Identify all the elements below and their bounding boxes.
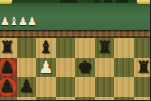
square-r1c0[interactable]: ♟ [0, 58, 17, 78]
piece-bk: ♚ [75, 58, 95, 78]
chess-app-screen: ♟♝♟♟ ♜♝♜♟♟♚♜♟♟ [0, 0, 150, 100]
square-r3c0[interactable] [0, 97, 17, 101]
captured-tray: ♟♝♟♟ [0, 15, 36, 28]
board-frame-grain [0, 30, 150, 38]
square-r3c1[interactable] [17, 97, 37, 101]
toolbar-left-button[interactable] [0, 0, 13, 5]
square-r3c2[interactable] [36, 97, 56, 101]
square-r3c4[interactable] [75, 97, 95, 101]
square-r1c4[interactable]: ♚ [75, 58, 95, 78]
toolbar-text-fragment [60, 0, 77, 3]
piece-wp: ♟ [36, 58, 56, 78]
square-r0c3[interactable] [56, 38, 76, 58]
square-r0c2[interactable]: ♝ [36, 38, 56, 58]
square-r3c5[interactable] [95, 97, 115, 101]
chess-board: ♜♝♜♟♟♚♜♟♟ [0, 38, 150, 100]
piece-bp: ♟ [0, 58, 17, 78]
square-r0c4[interactable] [75, 38, 95, 58]
square-r2c7[interactable] [134, 77, 151, 97]
square-r1c7[interactable]: ♜ [134, 58, 151, 78]
toolbar-text-fragment [116, 0, 128, 3]
square-r1c6[interactable] [114, 58, 134, 78]
square-r2c3[interactable] [56, 77, 76, 97]
captured-piece-wp: ♟ [0, 15, 9, 28]
square-r3c3[interactable] [56, 97, 76, 101]
toolbar-text-fragment [104, 0, 112, 3]
square-r0c5[interactable]: ♜ [95, 38, 115, 58]
square-r1c1[interactable] [17, 58, 37, 78]
captured-piece-wp: ♟ [18, 15, 27, 28]
square-r2c1[interactable]: ♟ [17, 77, 37, 97]
square-r3c7[interactable] [134, 97, 151, 101]
piece-br: ♜ [0, 38, 17, 58]
square-r0c1[interactable] [17, 38, 37, 58]
square-r2c2[interactable] [36, 77, 56, 97]
square-r2c5[interactable] [95, 77, 115, 97]
piece-bp: ♟ [17, 77, 37, 97]
square-r2c6[interactable] [114, 77, 134, 97]
piece-bb: ♝ [36, 38, 56, 58]
toolbar-right-button[interactable] [136, 0, 150, 5]
square-r2c4[interactable] [75, 77, 95, 97]
square-r1c5[interactable] [95, 58, 115, 78]
captured-piece-wb: ♝ [9, 15, 18, 28]
square-r0c7[interactable] [134, 38, 151, 58]
piece-br: ♜ [95, 38, 115, 58]
piece-br: ♜ [134, 58, 151, 78]
captured-piece-wp: ♟ [27, 15, 36, 28]
square-r1c3[interactable] [56, 58, 76, 78]
piece-bp: ♟ [0, 77, 17, 97]
square-r1c2[interactable]: ♟ [36, 58, 56, 78]
square-r3c6[interactable] [114, 97, 134, 101]
square-r0c0[interactable]: ♜ [0, 38, 17, 58]
square-r0c6[interactable] [114, 38, 134, 58]
square-r2c0[interactable]: ♟ [0, 77, 17, 97]
toolbar-text-fragment [94, 0, 100, 3]
